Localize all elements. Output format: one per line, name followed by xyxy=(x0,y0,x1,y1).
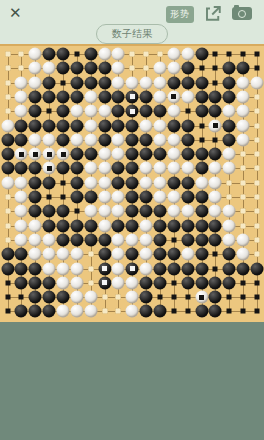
white-stone xyxy=(43,62,56,75)
white-stone xyxy=(209,162,222,175)
black-stone xyxy=(167,248,180,261)
white-stone xyxy=(153,191,166,204)
black-stone xyxy=(43,90,56,103)
black-territory-marker xyxy=(5,309,10,314)
white-stone xyxy=(70,276,83,289)
black-stone xyxy=(29,162,42,175)
white-stone xyxy=(15,90,28,103)
white-territory-marker xyxy=(19,66,24,71)
black-territory-marker xyxy=(254,66,259,71)
black-stone xyxy=(15,133,28,146)
black-stone xyxy=(237,262,250,275)
white-stone xyxy=(181,248,194,261)
white-stone xyxy=(167,162,180,175)
black-stone xyxy=(126,248,139,261)
white-stone xyxy=(209,176,222,189)
black-stone xyxy=(140,276,153,289)
black-territory-marker xyxy=(254,295,259,300)
white-territory-marker xyxy=(227,180,232,185)
white-stone xyxy=(112,262,125,275)
white-stone xyxy=(223,205,236,218)
black-stone xyxy=(223,133,236,146)
white-territory-marker xyxy=(19,52,24,57)
black-territory-marker xyxy=(5,295,10,300)
share-icon[interactable] xyxy=(204,4,222,22)
white-stone xyxy=(237,233,250,246)
dead-white-stone xyxy=(43,148,56,161)
white-stone xyxy=(167,105,180,118)
black-stone xyxy=(29,276,42,289)
dead-white-stone xyxy=(29,148,42,161)
black-stone xyxy=(1,162,14,175)
black-territory-marker xyxy=(185,295,190,300)
white-stone xyxy=(167,205,180,218)
white-stone xyxy=(84,205,97,218)
black-stone xyxy=(112,105,125,118)
black-stone xyxy=(195,233,208,246)
dead-black-stone xyxy=(126,105,139,118)
white-stone xyxy=(15,233,28,246)
white-stone xyxy=(57,248,70,261)
white-stone xyxy=(70,262,83,275)
black-territory-marker xyxy=(74,52,79,57)
black-stone xyxy=(29,291,42,304)
black-stone xyxy=(167,262,180,275)
black-territory-marker xyxy=(241,309,246,314)
black-territory-marker xyxy=(254,280,259,285)
black-stone xyxy=(43,305,56,318)
dead-white-stone xyxy=(167,90,180,103)
black-stone xyxy=(223,62,236,75)
black-stone xyxy=(167,219,180,232)
white-stone xyxy=(29,48,42,61)
white-territory-marker xyxy=(116,309,121,314)
black-stone xyxy=(153,205,166,218)
white-stone xyxy=(126,76,139,89)
white-stone xyxy=(140,119,153,132)
black-stone xyxy=(181,276,194,289)
black-territory-marker xyxy=(213,266,218,271)
white-stone xyxy=(98,176,111,189)
white-stone xyxy=(223,148,236,161)
white-territory-marker xyxy=(144,52,149,57)
black-stone xyxy=(209,219,222,232)
dead-black-stone xyxy=(98,276,111,289)
black-stone xyxy=(126,219,139,232)
black-stone xyxy=(70,176,83,189)
white-territory-marker xyxy=(254,237,259,242)
black-stone xyxy=(43,119,56,132)
black-territory-marker xyxy=(61,195,66,200)
white-stone xyxy=(84,291,97,304)
black-stone xyxy=(209,276,222,289)
black-stone xyxy=(195,276,208,289)
black-stone xyxy=(84,48,97,61)
black-stone xyxy=(98,76,111,89)
black-stone xyxy=(153,248,166,261)
white-stone xyxy=(29,62,42,75)
white-stone xyxy=(126,276,139,289)
white-stone xyxy=(29,233,42,246)
black-territory-marker xyxy=(213,252,218,257)
white-territory-marker xyxy=(241,166,246,171)
black-stone xyxy=(98,90,111,103)
white-territory-marker xyxy=(5,223,10,228)
black-stone xyxy=(223,248,236,261)
black-stone xyxy=(181,191,194,204)
result-bar: 黑 184 子 拍照数子 方便 快捷! xyxy=(0,322,264,440)
white-stone xyxy=(181,48,194,61)
white-stone xyxy=(153,133,166,146)
result-pill: 数子结果 xyxy=(96,24,168,44)
black-stone xyxy=(84,62,97,75)
black-stone xyxy=(70,90,83,103)
header: ✕ 形势 数子结果 xyxy=(0,0,264,44)
black-stone xyxy=(195,76,208,89)
white-territory-marker xyxy=(5,94,10,99)
white-stone xyxy=(126,305,139,318)
black-stone xyxy=(195,262,208,275)
black-territory-marker xyxy=(241,52,246,57)
black-stone xyxy=(57,219,70,232)
black-stone xyxy=(167,76,180,89)
white-stone xyxy=(112,76,125,89)
black-territory-marker xyxy=(61,80,66,85)
black-stone xyxy=(57,162,70,175)
white-stone xyxy=(1,176,14,189)
black-territory-marker xyxy=(61,180,66,185)
black-stone xyxy=(112,90,125,103)
white-stone xyxy=(15,176,28,189)
black-stone xyxy=(70,62,83,75)
dead-black-stone xyxy=(126,262,139,275)
black-stone xyxy=(209,90,222,103)
white-territory-marker xyxy=(254,123,259,128)
white-stone xyxy=(43,133,56,146)
situation-button[interactable]: 形势 xyxy=(166,6,194,23)
white-stone xyxy=(237,105,250,118)
white-stone xyxy=(98,105,111,118)
white-stone xyxy=(209,191,222,204)
black-stone xyxy=(84,233,97,246)
black-stone xyxy=(223,262,236,275)
black-stone xyxy=(223,90,236,103)
black-territory-marker xyxy=(199,66,204,71)
black-territory-marker xyxy=(47,195,52,200)
white-stone xyxy=(153,119,166,132)
black-stone xyxy=(153,262,166,275)
white-stone xyxy=(70,291,83,304)
black-stone xyxy=(140,305,153,318)
white-stone xyxy=(84,305,97,318)
white-stone xyxy=(140,219,153,232)
black-stone xyxy=(15,248,28,261)
white-territory-marker xyxy=(254,166,259,171)
black-stone xyxy=(84,191,97,204)
black-stone xyxy=(15,162,28,175)
white-stone xyxy=(43,262,56,275)
black-stone xyxy=(112,119,125,132)
dead-black-stone xyxy=(98,262,111,275)
black-territory-marker xyxy=(213,66,218,71)
black-stone xyxy=(140,148,153,161)
black-stone xyxy=(29,119,42,132)
white-stone xyxy=(98,162,111,175)
black-stone xyxy=(70,148,83,161)
white-stone xyxy=(167,191,180,204)
black-stone xyxy=(181,76,194,89)
white-territory-marker xyxy=(254,252,259,257)
close-icon[interactable]: ✕ xyxy=(9,4,22,22)
black-stone xyxy=(98,133,111,146)
white-stone xyxy=(98,219,111,232)
white-territory-marker xyxy=(88,252,93,257)
go-board[interactable] xyxy=(0,44,264,322)
black-stone xyxy=(84,219,97,232)
white-territory-marker xyxy=(254,152,259,157)
white-territory-marker xyxy=(254,195,259,200)
black-stone xyxy=(223,276,236,289)
black-stone xyxy=(57,233,70,246)
black-stone xyxy=(29,176,42,189)
black-territory-marker xyxy=(185,309,190,314)
black-stone xyxy=(237,62,250,75)
white-territory-marker xyxy=(241,152,246,157)
white-territory-marker xyxy=(5,209,10,214)
white-territory-marker xyxy=(116,295,121,300)
white-stone xyxy=(1,119,14,132)
black-territory-marker xyxy=(254,52,259,57)
black-stone xyxy=(126,133,139,146)
black-stone xyxy=(195,248,208,261)
white-stone xyxy=(237,248,250,261)
black-stone xyxy=(181,176,194,189)
white-territory-marker xyxy=(254,209,259,214)
black-stone xyxy=(181,219,194,232)
black-territory-marker xyxy=(47,109,52,114)
white-stone xyxy=(84,105,97,118)
black-stone xyxy=(29,262,42,275)
black-territory-marker xyxy=(171,237,176,242)
white-stone xyxy=(112,248,125,261)
black-stone xyxy=(43,76,56,89)
black-stone xyxy=(70,233,83,246)
white-stone xyxy=(181,205,194,218)
white-stone xyxy=(153,76,166,89)
white-stone xyxy=(57,262,70,275)
black-stone xyxy=(98,233,111,246)
black-stone xyxy=(98,248,111,261)
white-territory-marker xyxy=(88,280,93,285)
black-stone xyxy=(29,305,42,318)
black-stone xyxy=(43,205,56,218)
white-stone xyxy=(195,176,208,189)
white-territory-marker xyxy=(241,209,246,214)
black-stone xyxy=(126,148,139,161)
black-stone xyxy=(195,305,208,318)
white-territory-marker xyxy=(254,109,259,114)
white-territory-marker xyxy=(5,66,10,71)
dead-white-stone xyxy=(209,119,222,132)
white-stone xyxy=(112,233,125,246)
white-stone xyxy=(57,276,70,289)
white-territory-marker xyxy=(241,195,246,200)
dead-white-stone xyxy=(195,291,208,304)
white-stone xyxy=(237,133,250,146)
black-stone xyxy=(209,105,222,118)
white-stone xyxy=(84,90,97,103)
black-stone xyxy=(195,105,208,118)
black-stone xyxy=(70,162,83,175)
white-stone xyxy=(112,148,125,161)
black-territory-marker xyxy=(19,295,24,300)
white-stone xyxy=(126,291,139,304)
white-stone xyxy=(223,219,236,232)
black-stone xyxy=(43,48,56,61)
white-stone xyxy=(29,219,42,232)
white-territory-marker xyxy=(5,52,10,57)
black-stone xyxy=(126,119,139,132)
black-stone xyxy=(1,148,14,161)
black-territory-marker xyxy=(171,280,176,285)
black-stone xyxy=(181,133,194,146)
black-stone xyxy=(167,119,180,132)
black-territory-marker xyxy=(5,280,10,285)
dead-black-stone xyxy=(126,90,139,103)
white-stone xyxy=(112,276,125,289)
black-territory-marker xyxy=(213,137,218,142)
white-stone xyxy=(250,76,263,89)
white-territory-marker xyxy=(227,195,232,200)
white-stone xyxy=(15,205,28,218)
dead-white-stone xyxy=(57,148,70,161)
black-territory-marker xyxy=(199,137,204,142)
white-stone xyxy=(209,205,222,218)
white-territory-marker xyxy=(5,195,10,200)
white-stone xyxy=(140,162,153,175)
black-stone xyxy=(181,62,194,75)
black-stone xyxy=(153,305,166,318)
app-screen: ✕ 形势 数子结果 黑 184 子 拍照数子 方便 快捷! xyxy=(0,0,264,440)
black-stone xyxy=(57,291,70,304)
white-territory-marker xyxy=(102,295,107,300)
white-stone xyxy=(112,191,125,204)
black-stone xyxy=(57,133,70,146)
black-stone xyxy=(98,62,111,75)
white-territory-marker xyxy=(88,266,93,271)
white-stone xyxy=(98,148,111,161)
black-territory-marker xyxy=(213,80,218,85)
white-stone xyxy=(98,205,111,218)
black-stone xyxy=(84,148,97,161)
black-stone xyxy=(29,205,42,218)
white-stone xyxy=(43,233,56,246)
white-stone xyxy=(15,76,28,89)
white-stone xyxy=(29,248,42,261)
black-stone xyxy=(195,162,208,175)
white-stone xyxy=(15,105,28,118)
white-stone xyxy=(237,119,250,132)
white-territory-marker xyxy=(130,52,135,57)
white-stone xyxy=(15,219,28,232)
black-stone xyxy=(140,291,153,304)
black-stone xyxy=(140,90,153,103)
black-stone xyxy=(181,233,194,246)
black-stone xyxy=(84,76,97,89)
black-stone xyxy=(126,205,139,218)
black-territory-marker xyxy=(241,295,246,300)
white-stone xyxy=(140,76,153,89)
white-stone xyxy=(84,119,97,132)
black-stone xyxy=(223,119,236,132)
black-stone xyxy=(15,262,28,275)
black-stone xyxy=(29,105,42,118)
white-stone xyxy=(223,105,236,118)
black-stone xyxy=(195,90,208,103)
white-territory-marker xyxy=(5,237,10,242)
black-stone xyxy=(57,105,70,118)
black-stone xyxy=(43,276,56,289)
black-stone xyxy=(70,119,83,132)
white-territory-marker xyxy=(157,52,162,57)
black-stone xyxy=(126,162,139,175)
black-stone xyxy=(223,76,236,89)
white-stone xyxy=(153,90,166,103)
white-territory-marker xyxy=(130,66,135,71)
black-stone xyxy=(15,119,28,132)
black-stone xyxy=(1,262,14,275)
white-stone xyxy=(70,305,83,318)
white-stone xyxy=(237,90,250,103)
black-stone xyxy=(43,219,56,232)
black-stone xyxy=(140,133,153,146)
black-stone xyxy=(195,191,208,204)
black-territory-marker xyxy=(199,123,204,128)
black-stone xyxy=(209,148,222,161)
black-stone xyxy=(167,176,180,189)
black-stone xyxy=(153,276,166,289)
black-stone xyxy=(29,191,42,204)
black-stone xyxy=(57,90,70,103)
white-stone xyxy=(167,148,180,161)
camera-icon[interactable] xyxy=(232,7,252,20)
white-stone xyxy=(112,205,125,218)
white-territory-marker xyxy=(254,137,259,142)
white-territory-marker xyxy=(254,94,259,99)
black-territory-marker xyxy=(213,52,218,57)
white-stone xyxy=(84,176,97,189)
black-stone xyxy=(112,162,125,175)
white-stone xyxy=(167,133,180,146)
black-stone xyxy=(126,191,139,204)
white-stone xyxy=(29,133,42,146)
black-stone xyxy=(195,148,208,161)
white-territory-marker xyxy=(102,309,107,314)
white-stone xyxy=(84,162,97,175)
white-stone xyxy=(112,62,125,75)
black-territory-marker xyxy=(185,109,190,114)
black-stone xyxy=(250,262,263,275)
black-stone xyxy=(153,233,166,246)
white-territory-marker xyxy=(5,80,10,85)
black-stone xyxy=(70,191,83,204)
black-territory-marker xyxy=(74,209,79,214)
white-stone xyxy=(181,90,194,103)
black-territory-marker xyxy=(171,309,176,314)
white-territory-marker xyxy=(241,180,246,185)
black-territory-marker xyxy=(241,280,246,285)
dead-white-stone xyxy=(43,162,56,175)
